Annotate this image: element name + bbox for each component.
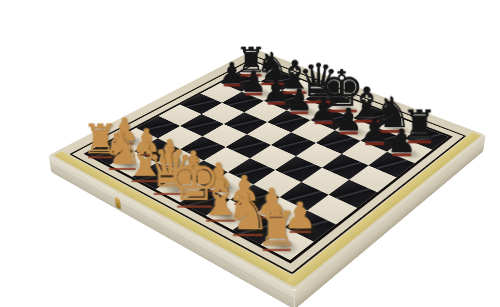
brass-latch-icon xyxy=(115,197,121,209)
piece-black-pawn-h7[interactable]: ♟ xyxy=(387,126,416,157)
folding-chess-box: ♜♞♝♛♚♝♞♜♟♟♟♟♟♟♟♟♟♟♟♟♟♟♟♟♜♞♝♛♚♝♞♜ xyxy=(49,49,486,291)
piece-black-pawn-g7[interactable]: ♟ xyxy=(360,115,389,145)
board-frame: ♜♞♝♛♚♝♞♜♟♟♟♟♟♟♟♟♟♟♟♟♟♟♟♟♜♞♝♛♚♝♞♜ xyxy=(49,49,486,291)
piece-white-rook-h1[interactable]: ♜ xyxy=(255,206,298,251)
chess-board-grid: ♜♞♝♛♚♝♞♜♟♟♟♟♟♟♟♟♟♟♟♟♟♟♟♟♜♞♝♛♚♝♞♜ xyxy=(84,62,453,264)
piece-black-pawn-f7[interactable]: ♟ xyxy=(335,105,363,135)
chess-set-photo: ♜♞♝♛♚♝♞♜♟♟♟♟♟♟♟♟♟♟♟♟♟♟♟♟♜♞♝♛♚♝♞♜ xyxy=(0,0,500,307)
photo-scene: ♜♞♝♛♚♝♞♜♟♟♟♟♟♟♟♟♟♟♟♟♟♟♟♟♜♞♝♛♚♝♞♜ xyxy=(0,0,500,307)
piece-black-pawn-e7[interactable]: ♟ xyxy=(310,95,338,124)
